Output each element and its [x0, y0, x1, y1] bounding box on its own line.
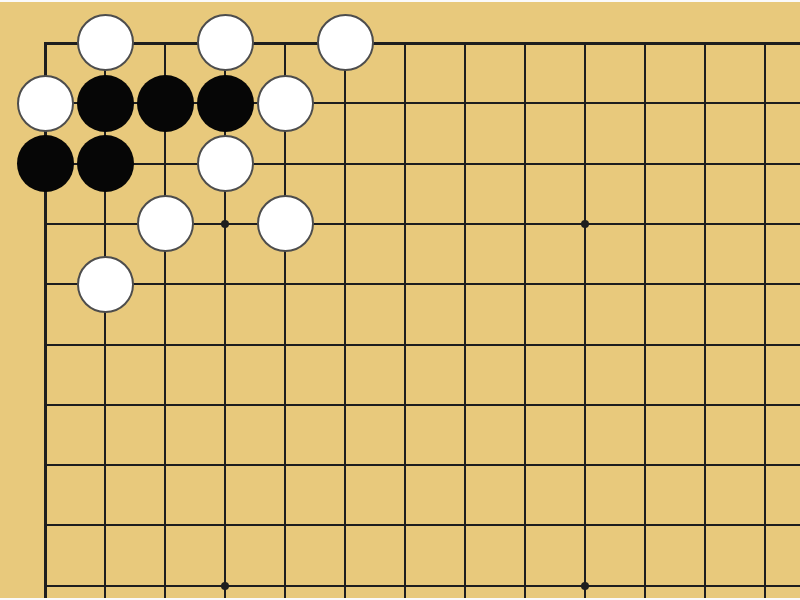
- board-stones: [15, 13, 800, 598]
- black-stone: [77, 75, 134, 132]
- white-stone: [77, 256, 134, 313]
- white-stone: [77, 14, 134, 71]
- white-stone: [197, 135, 254, 192]
- black-stone: [197, 75, 254, 132]
- white-stone: [197, 14, 254, 71]
- white-stone: [257, 75, 314, 132]
- white-stone: [137, 195, 194, 252]
- white-stone: [257, 195, 314, 252]
- white-stone: [17, 75, 74, 132]
- go-board[interactable]: [0, 2, 800, 598]
- black-stone: [17, 135, 74, 192]
- white-stone: [317, 14, 374, 71]
- black-stone: [137, 75, 194, 132]
- black-stone: [77, 135, 134, 192]
